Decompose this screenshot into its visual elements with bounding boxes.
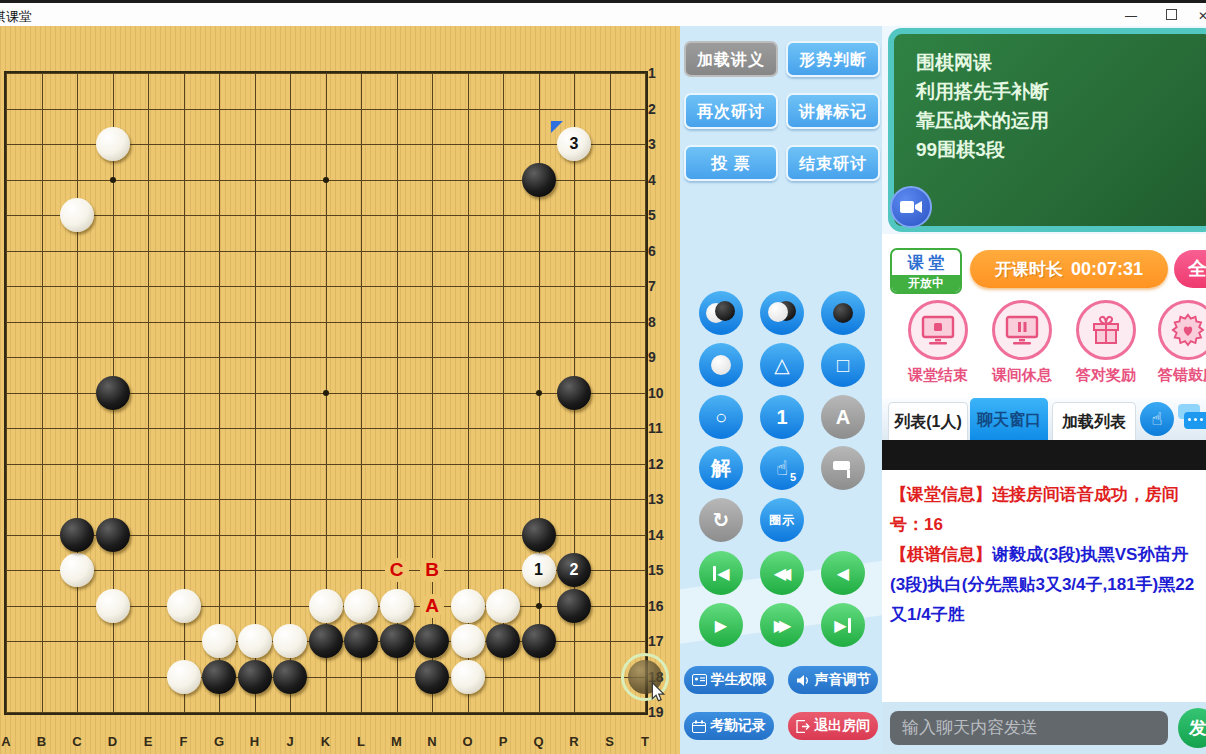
stone-black-L17 xyxy=(344,624,378,658)
raise-hand-icon[interactable]: ☝ xyxy=(1140,402,1174,436)
stone-white-O17 xyxy=(451,624,485,658)
stone-white-O16 xyxy=(451,589,485,623)
row-label: 12 xyxy=(648,456,674,472)
alternate-white-button[interactable] xyxy=(760,291,804,335)
column-label: K xyxy=(317,734,335,749)
score-estimate-button[interactable]: 形势判断 xyxy=(786,41,880,77)
star-point xyxy=(110,177,116,183)
white-stone-tool-button[interactable] xyxy=(699,343,743,387)
stone-black-M17 xyxy=(380,624,414,658)
stone-black-D10 xyxy=(96,376,130,410)
black-stone-tool-button[interactable] xyxy=(821,291,865,335)
circle-show-tool-button[interactable]: 圈示 xyxy=(760,498,804,542)
column-label: B xyxy=(33,734,51,749)
last-move-flag-icon xyxy=(551,121,563,133)
stone-black-Q17 xyxy=(522,624,556,658)
row-label: 16 xyxy=(648,598,674,614)
hand-5-tool-button[interactable]: ☝5 xyxy=(760,446,804,490)
window-title: 棋课堂 xyxy=(0,8,32,26)
stone-black-Q14 xyxy=(522,518,556,552)
alternate-play-button[interactable] xyxy=(699,291,743,335)
stone-black-N18 xyxy=(415,660,449,694)
stone-white-F18 xyxy=(167,660,201,694)
paint-roller-tool-button[interactable] xyxy=(821,446,865,490)
mouse-cursor xyxy=(651,681,667,703)
preview-arc xyxy=(611,643,679,711)
column-label: L xyxy=(352,734,370,749)
info-panel: 围棋网课 利用搭先手补断 靠压战术的运用 99围棋3段 课 堂 开放中 开课时长… xyxy=(882,26,1206,754)
refresh-tool-glyph: ↻ xyxy=(713,510,730,530)
fast-back-button[interactable]: ◀◀ xyxy=(760,551,804,595)
stone-white-L16 xyxy=(344,589,378,623)
minimize-button[interactable]: — xyxy=(1122,7,1140,25)
tabs-row: 列表(1人) 聊天窗口 加载列表 ☝ xyxy=(882,398,1206,440)
circle-show-tool-glyph: 圈示 xyxy=(769,514,795,526)
row-label: 14 xyxy=(648,527,674,543)
column-label: E xyxy=(139,734,157,749)
variation-label-C: C xyxy=(385,558,409,582)
column-label: H xyxy=(246,734,264,749)
column-label: G xyxy=(210,734,228,749)
maximize-button[interactable] xyxy=(1162,7,1180,25)
class-open-badge: 课 堂 开放中 xyxy=(890,248,962,294)
variation-label-A: A xyxy=(420,594,444,618)
lesson-line-2: 利用搭先手补断 xyxy=(916,77,1206,106)
chat-message: 【棋谱信息】谢毅成(3段)执黑VS孙苗丹(3段)执白(分先黑贴3又3/4子,18… xyxy=(890,540,1198,630)
tab-chat-window[interactable]: 聊天窗口 xyxy=(970,398,1048,440)
triangle-mark-glyph: △ xyxy=(774,355,789,375)
attendance-button[interactable]: 考勤记录 xyxy=(684,712,774,740)
step-back-button[interactable]: ◀ xyxy=(821,551,865,595)
column-label: Q xyxy=(530,734,548,749)
stone-black-D14 xyxy=(96,518,130,552)
close-button[interactable]: ✕ xyxy=(1194,7,1206,25)
letter-mark-button[interactable]: A xyxy=(821,395,865,439)
student-permission-button[interactable]: 学生权限 xyxy=(684,666,774,694)
stone-black-H18 xyxy=(238,660,272,694)
row-label: 15 xyxy=(648,562,674,578)
fullscreen-button[interactable]: 全 xyxy=(1174,250,1206,288)
stone-black-G18 xyxy=(202,660,236,694)
stone-white-R3: 3 xyxy=(557,127,591,161)
timer-value: 00:07:31 xyxy=(1071,259,1143,280)
white-stone-icon xyxy=(768,302,788,322)
stone-white-F16 xyxy=(167,589,201,623)
student-permission-label: 学生权限 xyxy=(711,671,767,689)
column-label: C xyxy=(68,734,86,749)
stone-black-R15: 2 xyxy=(557,553,591,587)
monitor-stop-icon xyxy=(908,300,968,360)
exit-room-label: 退出房间 xyxy=(814,717,870,735)
row-label: 5 xyxy=(648,207,674,223)
column-label: N xyxy=(423,734,441,749)
star-point xyxy=(323,390,329,396)
circle-mark-glyph: ○ xyxy=(715,407,727,427)
go-classroom-app: 棋课堂 — ✕ ABCDEFGHJKLMNOPQRST1234567891011… xyxy=(0,0,1206,754)
fast-forward-button[interactable]: ▶▶ xyxy=(760,603,804,647)
stone-white-K16 xyxy=(309,589,343,623)
calendar-icon xyxy=(692,720,706,733)
row-label: 17 xyxy=(648,633,674,649)
explain-mark-button[interactable]: 讲解标记 xyxy=(786,93,880,129)
column-label: R xyxy=(565,734,583,749)
stone-white-D3 xyxy=(96,127,130,161)
attendance-label: 考勤记录 xyxy=(710,717,766,735)
break-label: 课间休息 xyxy=(980,366,1064,385)
white-stone-icon xyxy=(711,355,731,375)
stone-black-Q4 xyxy=(522,163,556,197)
stone-white-M16 xyxy=(380,589,414,623)
class-open-label: 开放中 xyxy=(892,275,960,292)
chat-message-area: 【课堂信息】连接房间语音成功，房间号：16【棋谱信息】谢毅成(3段)执黑VS孙苗… xyxy=(882,470,1206,702)
stone-white-O18 xyxy=(451,660,485,694)
chat-message-text: 【棋谱信息】 xyxy=(890,545,992,564)
correct-reward-button[interactable]: 答对奖励 xyxy=(1064,300,1148,385)
chat-input-row: 发 xyxy=(882,702,1206,754)
vote-button[interactable]: 投 票 xyxy=(684,145,778,181)
column-label: P xyxy=(494,734,512,749)
break-button[interactable]: 课间休息 xyxy=(980,300,1064,385)
chat-message-text: 【课堂信息】连接房间语音成功，房间号：16 xyxy=(890,485,1179,534)
row-label: 11 xyxy=(648,420,674,436)
stone-black-R16 xyxy=(557,589,591,623)
stone-black-N17 xyxy=(415,624,449,658)
stone-white-C5 xyxy=(60,198,94,232)
chat-input[interactable] xyxy=(890,711,1168,745)
answer-tool-glyph: 解 xyxy=(711,458,731,478)
column-label: S xyxy=(601,734,619,749)
video-camera-icon xyxy=(899,198,923,216)
stone-white-H17 xyxy=(238,624,272,658)
stone-white-C15 xyxy=(60,553,94,587)
exit-room-button[interactable]: 退出房间 xyxy=(788,712,878,740)
chat-message: 【课堂信息】连接房间语音成功，房间号：16 xyxy=(890,480,1198,540)
move-number: 2 xyxy=(557,553,591,587)
row-label: 13 xyxy=(648,491,674,507)
stone-white-P16 xyxy=(486,589,520,623)
column-label: T xyxy=(636,734,654,749)
number-mark-glyph: 1 xyxy=(776,407,787,427)
column-label: F xyxy=(175,734,193,749)
monitor-pause-icon xyxy=(992,300,1052,360)
black-stone-icon xyxy=(833,303,853,323)
lesson-line-3: 靠压战术的运用 xyxy=(916,106,1206,135)
black-stone-icon xyxy=(715,301,735,321)
star-point xyxy=(323,177,329,183)
to-end-button[interactable]: ▶ xyxy=(821,603,865,647)
send-button[interactable]: 发 xyxy=(1178,708,1206,748)
column-label: M xyxy=(388,734,406,749)
class-badge-label: 课 堂 xyxy=(892,250,960,275)
stone-white-G17 xyxy=(202,624,236,658)
encourage-label: 答错鼓励 xyxy=(1146,366,1206,385)
column-label: J xyxy=(281,734,299,749)
timer-label: 开课时长 xyxy=(995,258,1063,281)
star-point xyxy=(536,390,542,396)
volume-adjust-label: 声音调节 xyxy=(815,671,871,689)
speaker-icon xyxy=(796,674,811,687)
column-label: D xyxy=(104,734,122,749)
star-point xyxy=(536,603,542,609)
lesson-line-1: 围棋网课 xyxy=(916,48,1206,77)
class-end-button[interactable]: 课堂结束 xyxy=(896,300,980,385)
column-label: O xyxy=(459,734,477,749)
circle-mark-button[interactable]: ○ xyxy=(699,395,743,439)
variation-label-B: B xyxy=(420,558,444,582)
row-label: 9 xyxy=(648,349,674,365)
answer-tool-button[interactable]: 解 xyxy=(699,446,743,490)
lesson-chalkboard: 围棋网课 利用搭先手补断 靠压战术的运用 99围棋3段 xyxy=(888,28,1206,232)
row-label: 7 xyxy=(648,278,674,294)
chat-header-strip xyxy=(882,440,1206,470)
stone-black-P17 xyxy=(486,624,520,658)
refresh-tool-button[interactable]: ↻ xyxy=(699,498,743,542)
paint-roller-icon xyxy=(833,461,850,470)
row-label: 2 xyxy=(648,101,674,117)
row-label: 19 xyxy=(648,704,674,720)
tab-load-list[interactable]: 加载列表 xyxy=(1052,402,1136,441)
move-number: 1 xyxy=(522,553,556,587)
rosette-heart-icon xyxy=(1158,300,1206,360)
column-label: A xyxy=(0,734,15,749)
stone-black-C14 xyxy=(60,518,94,552)
stone-white-Q15: 1 xyxy=(522,553,556,587)
hand-icon: ☝ xyxy=(776,458,788,478)
square-mark-button[interactable]: □ xyxy=(821,343,865,387)
number-mark-button[interactable]: 1 xyxy=(760,395,804,439)
tool-panel: 加载讲义 形势判断 再次研讨 讲解标记 投 票 结束研讨 △□○1A解☝5↻圈示… xyxy=(680,26,882,754)
row-label: 3 xyxy=(648,136,674,152)
square-mark-glyph: □ xyxy=(837,355,849,375)
stone-black-J18 xyxy=(273,660,307,694)
class-timer: 开课时长 00:07:31 xyxy=(970,250,1168,288)
row-label: 4 xyxy=(648,172,674,188)
paint-roller-handle xyxy=(847,470,850,478)
go-board[interactable]: ABCDEFGHJKLMNOPQRST123456789101112131415… xyxy=(0,26,680,754)
load-handout-button[interactable]: 加载讲义 xyxy=(684,41,778,77)
step-forward-button[interactable]: ▶ xyxy=(699,603,743,647)
tab-user-list[interactable]: 列表(1人) xyxy=(888,402,968,441)
row-label: 6 xyxy=(648,243,674,259)
row-label: 10 xyxy=(648,385,674,401)
stone-black-K17 xyxy=(309,624,343,658)
stone-white-J17 xyxy=(273,624,307,658)
stone-white-D16 xyxy=(96,589,130,623)
volume-adjust-button[interactable]: 声音调节 xyxy=(788,666,878,694)
gift-icon xyxy=(1076,300,1136,360)
row-label: 8 xyxy=(648,314,674,330)
letter-mark-glyph: A xyxy=(836,407,850,427)
exit-door-icon xyxy=(796,720,810,733)
class-end-label: 课堂结束 xyxy=(896,366,980,385)
video-camera-button[interactable] xyxy=(890,186,932,228)
encourage-button[interactable]: 答错鼓励 xyxy=(1146,300,1206,385)
triangle-mark-button[interactable]: △ xyxy=(760,343,804,387)
correct-reward-label: 答对奖励 xyxy=(1064,366,1148,385)
status-area: 课 堂 开放中 开课时长 00:07:31 全 课堂结束 课间休息 xyxy=(882,234,1206,402)
row-label: 1 xyxy=(648,65,674,81)
re-discuss-button[interactable]: 再次研讨 xyxy=(684,93,778,129)
end-discuss-button[interactable]: 结束研讨 xyxy=(786,145,880,181)
id-card-icon xyxy=(692,674,707,686)
hand-number: 5 xyxy=(790,471,796,483)
to-start-button[interactable]: ◀ xyxy=(699,551,743,595)
stone-black-R10 xyxy=(557,376,591,410)
lesson-line-4: 99围棋3段 xyxy=(916,135,1206,164)
